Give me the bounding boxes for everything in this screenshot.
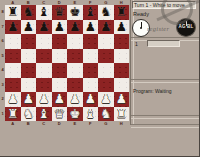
square-h2[interactable]: ♟ [114,92,130,107]
watermark-text: register [147,25,169,32]
white-rook[interactable]: ♜ [5,107,21,121]
square-h6[interactable] [114,34,130,49]
white-clock-center-pin [140,27,142,29]
black-bishop[interactable]: ♝ [83,5,99,19]
square-d8[interactable]: ♛ [52,5,68,20]
square-c1[interactable]: ♝ [36,107,52,122]
square-g8[interactable]: ♞ [98,5,114,20]
square-e2[interactable]: ♟ [67,92,83,107]
file-label-c: C [36,120,52,128]
square-a3[interactable] [5,78,21,93]
black-king[interactable]: ♚ [67,5,83,19]
square-h8[interactable]: ♜ [114,5,130,20]
square-f4[interactable] [83,63,99,78]
square-h5[interactable] [114,49,130,64]
square-e8[interactable]: ♚ [67,5,83,20]
square-d7[interactable]: ♟ [52,20,68,35]
white-bishop[interactable]: ♝ [83,107,99,121]
square-f5[interactable] [83,49,99,64]
square-d5[interactable] [52,49,68,64]
square-b5[interactable] [21,49,37,64]
panel-separator [130,0,134,125]
square-f2[interactable]: ♟ [83,92,99,107]
square-a5[interactable] [5,49,21,64]
file-label-f: F [83,120,99,128]
square-c4[interactable] [36,63,52,78]
black-pawn[interactable]: ♟ [67,20,83,34]
file-label-d: D [52,120,68,128]
square-f7[interactable]: ♟ [83,20,99,35]
square-a4[interactable] [5,63,21,78]
square-g6[interactable] [98,34,114,49]
file-label-b: B [21,120,37,128]
square-g2[interactable]: ♟ [98,92,114,107]
white-pawn[interactable]: ♟ [5,92,21,106]
square-e6[interactable] [67,34,83,49]
square-b4[interactable] [21,63,37,78]
white-king[interactable]: ♚ [67,107,83,121]
file-label-a: A [5,120,21,128]
ready-status-label: Ready [133,11,149,17]
black-bishop[interactable]: ♝ [36,5,52,19]
white-pawn[interactable]: ♟ [36,92,52,106]
white-rook[interactable]: ♜ [114,107,130,121]
black-knight[interactable]: ♞ [21,5,37,19]
square-b7[interactable]: ♟ [21,20,37,35]
square-a2[interactable]: ♟ [5,92,21,107]
white-pawn[interactable]: ♟ [98,92,114,106]
square-b1[interactable]: ♞ [21,107,37,122]
file-labels-bottom: ABCDEFGH [5,120,129,127]
square-a8[interactable]: ♜ [5,5,21,20]
black-queen[interactable]: ♛ [52,5,68,19]
move-list-cell [147,40,180,47]
black-pawn[interactable]: ♟ [114,20,130,34]
black-pawn[interactable]: ♟ [36,20,52,34]
black-pawn[interactable]: ♟ [52,20,68,34]
square-e7[interactable]: ♟ [67,20,83,35]
watermark-badge: AG BL [176,18,196,36]
white-bishop[interactable]: ♝ [36,107,52,121]
black-pawn[interactable]: ♟ [21,20,37,34]
white-knight[interactable]: ♞ [98,107,114,121]
white-queen[interactable]: ♛ [52,107,68,121]
white-pawn[interactable]: ♟ [67,92,83,106]
divider [131,124,199,128]
black-pawn[interactable]: ♟ [98,20,114,34]
white-pawn[interactable]: ♟ [114,92,130,106]
square-g1[interactable]: ♞ [98,107,114,122]
square-f3[interactable] [83,78,99,93]
white-pawn[interactable]: ♟ [83,92,99,106]
square-h1[interactable]: ♜ [114,107,130,122]
square-c3[interactable] [36,78,52,93]
square-g5[interactable] [98,49,114,64]
file-label-g: G [98,120,114,128]
white-pawn[interactable]: ♟ [52,92,68,106]
white-pawn[interactable]: ♟ [21,92,37,106]
square-e3[interactable] [67,78,83,93]
square-g7[interactable]: ♟ [98,20,114,35]
square-f6[interactable] [83,34,99,49]
square-f8[interactable]: ♝ [83,5,99,20]
square-g3[interactable] [98,78,114,93]
divider [131,115,199,119]
square-d1[interactable]: ♛ [52,107,68,122]
square-c6[interactable] [36,34,52,49]
square-a6[interactable] [5,34,21,49]
board[interactable]: ♜♞♝♛♚♝♞♜♟♟♟♟♟♟♟♟♟♟♟♟♟♟♟♟♜♞♝♛♚♝♞♜ [5,5,129,121]
square-h7[interactable]: ♟ [114,20,130,35]
square-d4[interactable] [52,63,68,78]
file-label-h: H [114,120,130,128]
square-g4[interactable] [98,63,114,78]
square-e4[interactable] [67,63,83,78]
square-a7[interactable]: ♟ [5,20,21,35]
black-rook[interactable]: ♜ [114,5,130,19]
square-h4[interactable] [114,63,130,78]
square-c8[interactable]: ♝ [36,5,52,20]
square-c5[interactable] [36,49,52,64]
square-b2[interactable]: ♟ [21,92,37,107]
square-d3[interactable] [52,78,68,93]
white-knight[interactable]: ♞ [21,107,37,121]
move-list-row-number: 1 [135,41,138,47]
file-label-e: E [67,120,83,128]
square-c7[interactable]: ♟ [36,20,52,35]
square-d2[interactable]: ♟ [52,92,68,107]
square-b3[interactable] [21,78,37,93]
square-c2[interactable]: ♟ [36,92,52,107]
divider [131,79,199,83]
square-e1[interactable]: ♚ [67,107,83,122]
square-e5[interactable] [67,49,83,64]
square-b8[interactable]: ♞ [21,5,37,20]
square-b6[interactable] [21,34,37,49]
chess-app-window: ABCDEFGH 87654321 ♜♞♝♛♚♝♞♜♟♟♟♟♟♟♟♟♟♟♟♟♟♟… [0,0,200,157]
square-f1[interactable]: ♝ [83,107,99,122]
black-pawn[interactable]: ♟ [5,20,21,34]
square-h3[interactable] [114,78,130,93]
black-knight[interactable]: ♞ [98,5,114,19]
square-a1[interactable]: ♜ [5,107,21,122]
program-status-label: Program: Waiting [133,88,171,94]
square-d6[interactable] [52,34,68,49]
black-pawn[interactable]: ♟ [83,20,99,34]
black-rook[interactable]: ♜ [5,5,21,19]
